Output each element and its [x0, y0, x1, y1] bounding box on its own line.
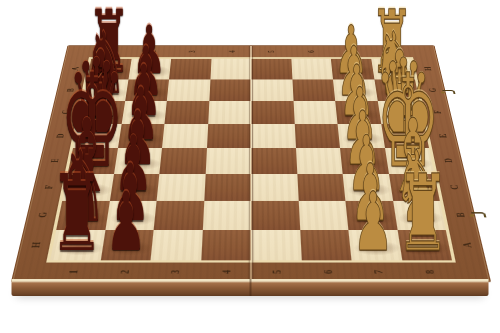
- square: [297, 174, 346, 201]
- square: [78, 101, 125, 124]
- square: [377, 101, 424, 124]
- square: [164, 101, 208, 124]
- coordinate-label: 4: [219, 270, 233, 274]
- coordinate-label: 4: [226, 50, 237, 52]
- square: [251, 79, 293, 101]
- coordinate-label: D: [441, 158, 454, 163]
- product-photo: 1234567812345678ABCDEFGHHGFEDCBA ♜♟♟♜♞♟♟…: [0, 0, 500, 333]
- coordinate-label: E: [48, 159, 61, 163]
- coordinate-label: A: [69, 67, 81, 71]
- coordinate-label: 6: [305, 50, 316, 52]
- coordinate-label: F: [431, 110, 443, 113]
- coordinate-label: H: [28, 242, 43, 248]
- coordinate-label: E: [436, 134, 449, 138]
- coordinate-label: 5: [270, 270, 284, 274]
- square: [114, 148, 162, 174]
- square: [251, 174, 298, 201]
- square: [105, 201, 157, 230]
- coordinate-label: 3: [186, 50, 197, 52]
- fold-seam-side: [249, 279, 251, 296]
- square: [169, 59, 211, 80]
- square: [68, 148, 118, 174]
- square: [388, 174, 439, 201]
- square: [100, 230, 153, 261]
- square: [333, 79, 377, 101]
- coordinate-label: 2: [117, 270, 131, 274]
- coordinate-label: 5: [265, 50, 276, 52]
- square: [159, 148, 206, 174]
- square: [292, 79, 335, 101]
- board-side-face: [12, 279, 489, 296]
- square: [385, 148, 435, 174]
- coordinate-label: 1: [107, 50, 118, 52]
- square: [167, 79, 210, 101]
- square: [62, 174, 113, 201]
- chess-board: 1234567812345678ABCDEFGHHGFEDCBA: [11, 45, 491, 282]
- square: [118, 124, 165, 148]
- coordinate-label: C: [447, 185, 461, 190]
- coordinate-label: C: [59, 110, 71, 114]
- square: [296, 148, 343, 174]
- square: [205, 148, 251, 174]
- coordinate-label: 3: [168, 270, 182, 274]
- square: [157, 174, 206, 201]
- square: [371, 59, 415, 80]
- square: [293, 101, 337, 124]
- square: [345, 201, 397, 230]
- square: [381, 124, 429, 148]
- square: [202, 201, 251, 230]
- coordinate-label: D: [53, 134, 66, 138]
- square: [335, 101, 381, 124]
- square: [251, 59, 292, 80]
- square: [151, 230, 203, 261]
- coordinate-label: A: [459, 242, 474, 247]
- square: [251, 124, 296, 148]
- square: [300, 230, 352, 261]
- brass-clasp: [471, 212, 488, 217]
- square: [393, 201, 446, 230]
- square: [251, 230, 301, 261]
- square: [162, 124, 208, 148]
- coordinate-label: 7: [371, 270, 385, 274]
- square: [397, 230, 452, 261]
- square: [210, 59, 251, 80]
- square: [207, 124, 252, 148]
- coordinate-label: G: [426, 88, 438, 92]
- square: [209, 79, 251, 101]
- square: [294, 124, 340, 148]
- square: [291, 59, 333, 80]
- coordinate-label: 8: [422, 270, 436, 274]
- square: [109, 174, 159, 201]
- square: [125, 79, 169, 101]
- square: [154, 201, 204, 230]
- square: [374, 79, 419, 101]
- coordinate-label: 7: [344, 50, 355, 52]
- square: [121, 101, 167, 124]
- square: [83, 79, 128, 101]
- square: [50, 230, 105, 261]
- clasp-knob: [469, 214, 474, 217]
- square: [87, 59, 131, 80]
- coordinate-label: 2: [147, 50, 158, 52]
- square: [208, 101, 251, 124]
- clasp-knob: [441, 92, 445, 94]
- coordinate-label: H: [421, 67, 433, 71]
- coordinate-label: B: [64, 88, 76, 92]
- square: [348, 230, 401, 261]
- square: [204, 174, 251, 201]
- coordinate-label: B: [453, 213, 467, 218]
- square: [201, 230, 251, 261]
- square: [343, 174, 393, 201]
- square: [251, 148, 297, 174]
- fold-seam: [250, 46, 252, 282]
- coordinate-label: F: [42, 185, 55, 189]
- coordinate-label: 8: [384, 50, 395, 52]
- square: [128, 59, 171, 80]
- square: [251, 201, 300, 230]
- square: [331, 59, 374, 80]
- square: [251, 101, 294, 124]
- square: [340, 148, 388, 174]
- coordinate-label: 1: [66, 270, 80, 274]
- square: [73, 124, 121, 148]
- square: [56, 201, 109, 230]
- brass-clasp: [442, 90, 457, 94]
- square: [298, 201, 348, 230]
- coordinate-label: 6: [320, 270, 334, 274]
- coordinate-label: G: [35, 212, 49, 218]
- square: [338, 124, 385, 148]
